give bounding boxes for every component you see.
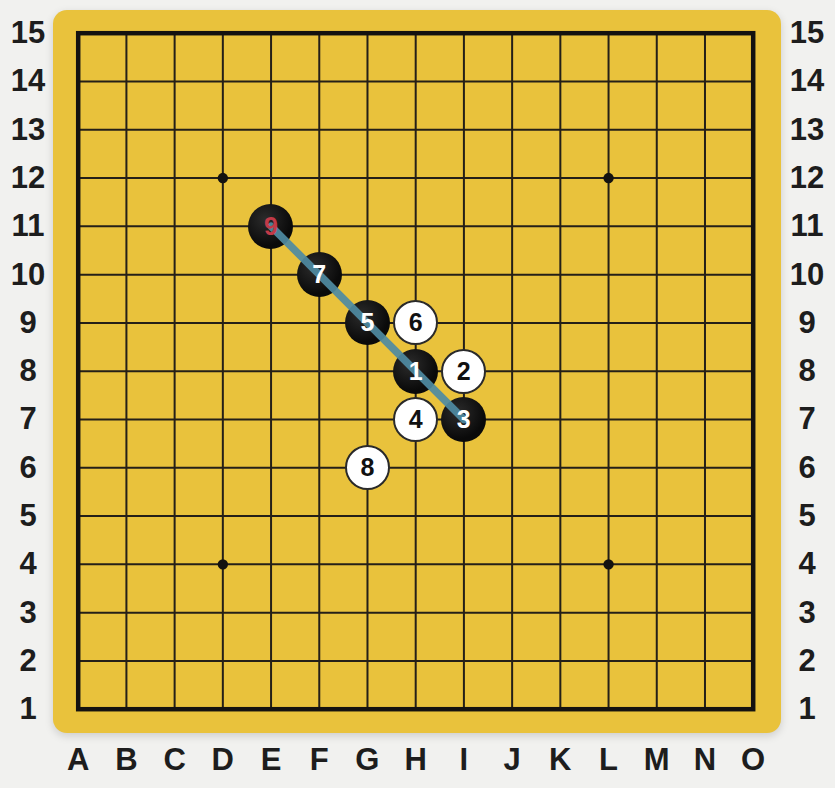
- stone-black-G9[interactable]: [343, 299, 391, 347]
- coord-label-3: 3: [0, 588, 56, 636]
- coord-label-K: K: [536, 738, 584, 782]
- coord-label-4: 4: [780, 540, 834, 588]
- coord-label-12: 12: [0, 154, 56, 202]
- coord-label-15: 15: [0, 9, 56, 57]
- coord-label-15: 15: [780, 9, 834, 57]
- coord-label-C: C: [150, 738, 198, 782]
- coord-label-N: N: [681, 738, 729, 782]
- stone-black-F10[interactable]: [295, 250, 343, 298]
- coord-label-10: 10: [780, 250, 834, 298]
- coord-label-8: 8: [0, 347, 56, 395]
- coord-label-L: L: [584, 738, 632, 782]
- coord-label-6: 6: [780, 444, 834, 492]
- coord-label-13: 13: [0, 106, 56, 154]
- coord-label-3: 3: [780, 588, 834, 636]
- coord-label-I: I: [440, 738, 488, 782]
- coord-label-9: 9: [780, 299, 834, 347]
- stone-white-H7[interactable]: [392, 395, 440, 443]
- coord-label-J: J: [488, 738, 536, 782]
- coord-label-D: D: [199, 738, 247, 782]
- coord-label-7: 7: [0, 395, 56, 443]
- row-coordinates-right: 151413121110987654321: [780, 9, 834, 733]
- white-stone[interactable]: [393, 397, 438, 442]
- stone-black-E11[interactable]: [247, 202, 295, 250]
- coord-label-5: 5: [0, 492, 56, 540]
- coord-label-A: A: [54, 738, 102, 782]
- coord-label-2: 2: [780, 637, 834, 685]
- coord-label-1: 1: [0, 685, 56, 733]
- stone-white-G6[interactable]: [343, 444, 391, 492]
- coord-label-8: 8: [780, 347, 834, 395]
- coord-label-1: 1: [780, 685, 834, 733]
- coord-label-E: E: [247, 738, 295, 782]
- coord-label-10: 10: [0, 250, 56, 298]
- column-coordinates-bottom: ABCDEFGHIJKLMNO: [54, 738, 777, 782]
- white-stone[interactable]: [441, 349, 486, 394]
- coord-label-5: 5: [780, 492, 834, 540]
- coord-label-9: 9: [0, 299, 56, 347]
- coord-label-6: 6: [0, 444, 56, 492]
- coord-label-4: 4: [0, 540, 56, 588]
- coord-label-O: O: [729, 738, 777, 782]
- coord-label-M: M: [633, 738, 681, 782]
- coord-label-14: 14: [780, 57, 834, 105]
- stone-white-I8[interactable]: [440, 347, 488, 395]
- coord-label-14: 14: [0, 57, 56, 105]
- coord-label-F: F: [295, 738, 343, 782]
- stones-layer: [54, 9, 777, 733]
- coord-label-B: B: [102, 738, 150, 782]
- coord-label-2: 2: [0, 637, 56, 685]
- black-stone[interactable]: [345, 300, 390, 345]
- black-stone[interactable]: [441, 397, 486, 442]
- coord-label-11: 11: [780, 202, 834, 250]
- coord-label-11: 11: [0, 202, 56, 250]
- stone-black-H8[interactable]: [392, 347, 440, 395]
- coord-label-G: G: [343, 738, 391, 782]
- black-stone[interactable]: [248, 204, 293, 249]
- coord-label-H: H: [392, 738, 440, 782]
- white-stone[interactable]: [393, 300, 438, 345]
- coord-label-13: 13: [780, 106, 834, 154]
- white-stone[interactable]: [345, 445, 390, 490]
- row-coordinates-left: 151413121110987654321: [0, 9, 56, 733]
- gomoku-app: 123456789 151413121110987654321 15141312…: [0, 0, 835, 788]
- black-stone[interactable]: [297, 252, 342, 297]
- stone-black-I7[interactable]: [440, 395, 488, 443]
- stone-white-H9[interactable]: [392, 299, 440, 347]
- black-stone[interactable]: [393, 349, 438, 394]
- coord-label-12: 12: [780, 154, 834, 202]
- coord-label-7: 7: [780, 395, 834, 443]
